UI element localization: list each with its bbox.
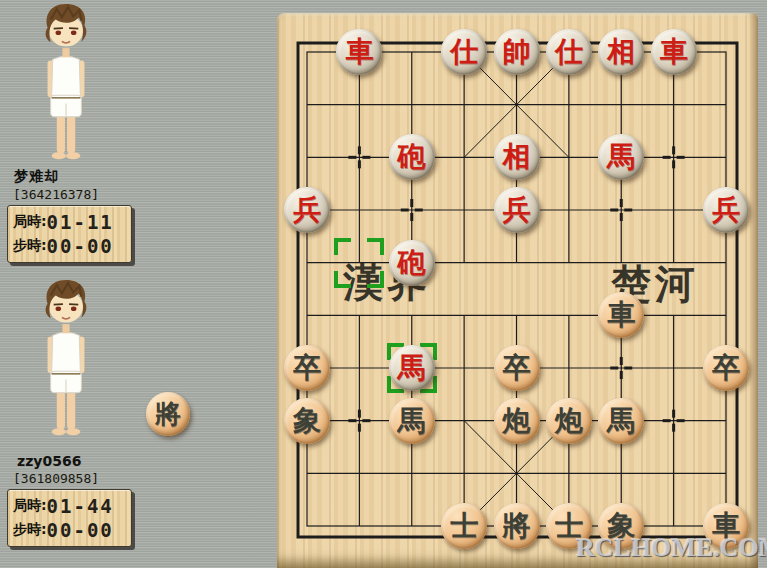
piece-glyph: 兵 [494,187,540,233]
piece-black-chariot[interactable]: 車 [598,292,644,338]
player-bottom-side-indicator: 將 [146,392,190,436]
move-time-label: 步時: [13,521,47,539]
piece-red-elephant[interactable]: 相 [494,134,540,180]
piece-red-advisor[interactable]: 仕 [441,29,487,75]
piece-black-soldier[interactable]: 卒 [494,345,540,391]
piece-black-advisor[interactable]: 士 [441,503,487,549]
piece-glyph: 仕 [546,29,592,75]
player-bottom-avatar [34,278,98,442]
piece-glyph: 車 [651,29,697,75]
piece-red-horse[interactable]: 馬 [598,134,644,180]
game-time-label: 局時: [13,213,47,231]
piece-glyph: 炮 [494,398,540,444]
player-bottom-id: [361809858] [13,471,99,486]
move-time-label: 步時: [13,237,47,255]
game-time-label: 局時: [13,497,47,515]
piece-glyph: 馬 [389,398,435,444]
game-window: 梦难却 [364216378] 局時: 01-11 步時: 00-00 將 zz… [0,0,767,568]
piece-glyph: 砲 [389,240,435,286]
piece-glyph: 車 [598,292,644,338]
player-top-name: 梦难却 [14,168,59,186]
piece-black-horse[interactable]: 馬 [598,398,644,444]
player-top-timer: 局時: 01-11 步時: 00-00 [7,205,132,263]
piece-black-cannon[interactable]: 炮 [494,398,540,444]
piece-red-soldier[interactable]: 兵 [284,187,330,233]
move-time-value: 00-00 [47,519,114,541]
piece-glyph: 相 [494,134,540,180]
piece-red-soldier[interactable]: 兵 [703,187,749,233]
piece-red-general[interactable]: 帥 [494,29,540,75]
piece-glyph: 仕 [441,29,487,75]
piece-red-chariot[interactable]: 車 [651,29,697,75]
player-bottom-timer: 局時: 01-44 步時: 00-00 [7,489,132,547]
piece-red-elephant[interactable]: 相 [598,29,644,75]
player-top-avatar [34,2,98,166]
piece-glyph: 兵 [703,187,749,233]
piece-black-horse[interactable]: 馬 [389,398,435,444]
piece-red-advisor[interactable]: 仕 [546,29,592,75]
piece-glyph: 卒 [284,345,330,391]
piece-glyph: 車 [336,29,382,75]
piece-glyph: 士 [441,503,487,549]
watermark: RCLHOME.COM [576,535,767,561]
piece-red-horse[interactable]: 馬 [389,345,435,391]
xiangqi-board[interactable]: 漢界 楚河 車仕帥仕相車砲相馬兵兵兵砲馬車卒卒卒象馬炮炮馬士將士象車 RCLHO… [277,13,758,568]
piece-black-elephant[interactable]: 象 [284,398,330,444]
piece-glyph: 砲 [389,134,435,180]
piece-glyph: 卒 [703,345,749,391]
side-indicator-glyph: 將 [146,392,190,436]
piece-glyph: 馬 [389,345,435,391]
piece-black-general[interactable]: 將 [494,503,540,549]
game-time-value: 01-44 [47,495,114,517]
piece-glyph: 兵 [284,187,330,233]
piece-glyph: 卒 [494,345,540,391]
piece-red-soldier[interactable]: 兵 [494,187,540,233]
piece-red-cannon[interactable]: 砲 [389,134,435,180]
piece-red-chariot[interactable]: 車 [336,29,382,75]
piece-glyph: 馬 [598,134,644,180]
piece-glyph: 炮 [546,398,592,444]
piece-glyph: 將 [494,503,540,549]
piece-glyph: 帥 [494,29,540,75]
move-time-value: 00-00 [47,235,114,257]
piece-glyph: 馬 [598,398,644,444]
player-bottom-name: zzy0566 [17,453,81,469]
player-top-id: [364216378] [13,187,99,202]
piece-black-soldier[interactable]: 卒 [284,345,330,391]
game-time-value: 01-11 [47,211,114,233]
piece-red-cannon[interactable]: 砲 [389,240,435,286]
piece-black-cannon[interactable]: 炮 [546,398,592,444]
piece-black-soldier[interactable]: 卒 [703,345,749,391]
piece-glyph: 相 [598,29,644,75]
piece-glyph: 象 [284,398,330,444]
